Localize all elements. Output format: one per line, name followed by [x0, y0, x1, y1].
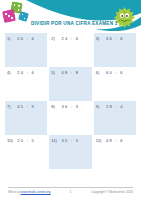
problem-expression: 28 : 4 [94, 104, 136, 109]
problem-cell-9: 9) 28 : 4 [94, 101, 136, 135]
problems-grid: 1) 20 : 4 2) 24 : 6 3) 36 : 6 4) 24 : 6 … [5, 33, 136, 169]
problem-expression: 48 : 6 [94, 138, 136, 143]
problem-cell-7: 7) 45 : 9 [5, 101, 47, 135]
problem-cell-6: 6) 60 : 6 [94, 67, 136, 101]
problem-expression: 36 : 3 [49, 104, 91, 109]
page-number: 1 [8, 190, 133, 194]
problem-cell-10: 10) 20 : 5 [5, 135, 47, 169]
worksheet-page: { "game": "single-digit division workshe… [0, 0, 141, 200]
problem-cell-2: 2) 24 : 6 [49, 33, 91, 67]
problem-cell-11: 11) 35 : 5 [49, 135, 91, 169]
problem-cell-12: 12) 48 : 6 [94, 135, 136, 169]
problem-expression: 35 : 5 [49, 138, 91, 143]
problem-expression: 60 : 6 [94, 70, 136, 75]
pink-die-icon [2, 9, 16, 23]
problem-cell-8: 8) 36 : 3 [49, 101, 91, 135]
worksheet-title: DIVIDIR POR UNA CIFRA EXAMEN 1 [31, 21, 113, 26]
problem-cell-5: 5) 48 : 8 [49, 67, 91, 101]
problem-expression: 24 : 6 [49, 36, 91, 41]
problem-expression: 20 : 4 [5, 36, 47, 41]
problem-expression: 48 : 8 [49, 70, 91, 75]
problem-expression: 20 : 5 [5, 138, 47, 143]
problem-cell-1: 1) 20 : 4 [5, 33, 47, 67]
footer: We're at www.math-center.org 1 Copyright… [8, 187, 133, 194]
problem-expression: 45 : 9 [5, 104, 47, 109]
problem-cell-3: 3) 36 : 6 [94, 33, 136, 67]
problem-expression: 36 : 6 [94, 36, 136, 41]
problem-expression: 24 : 6 [5, 70, 47, 75]
problem-cell-4: 4) 24 : 6 [5, 67, 47, 101]
